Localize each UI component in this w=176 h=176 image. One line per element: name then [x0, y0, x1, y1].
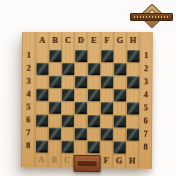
square-A3: [35, 75, 48, 88]
square-H3: [127, 76, 139, 88]
square-E3: [87, 75, 100, 88]
square-B8: [48, 140, 61, 153]
square-B5: [49, 101, 61, 113]
square-B6: [48, 114, 61, 127]
square-H8: [126, 140, 139, 153]
square-B7: [48, 127, 60, 139]
left-label-8: 8: [21, 139, 35, 152]
top-label-B: B: [49, 32, 62, 49]
square-A6: [36, 114, 48, 126]
square-E1: [87, 49, 100, 62]
top-label-A: A: [36, 32, 49, 49]
bottom-label-B: B: [48, 153, 61, 168]
square-A4: [36, 88, 48, 100]
left-label-2: 2: [22, 62, 36, 75]
square-F4: [100, 88, 113, 101]
square-B1: [49, 49, 61, 61]
square-E4: [87, 89, 99, 101]
right-label-7: 7: [139, 128, 152, 141]
bottom-label-A: A: [35, 152, 48, 167]
square-F7: [100, 128, 112, 140]
square-G3: [113, 75, 126, 88]
top-label-G: G: [113, 32, 126, 49]
square-E8: [87, 141, 99, 153]
square-C6: [61, 114, 73, 126]
right-label-8: 8: [139, 141, 152, 154]
square-F6: [100, 114, 113, 127]
square-C7: [61, 127, 74, 140]
bottom-label-F: F: [100, 153, 113, 168]
square-H6: [126, 114, 139, 127]
top-label-H: H: [126, 32, 139, 49]
square-E2: [88, 63, 100, 75]
square-B4: [48, 88, 61, 101]
square-A2: [36, 62, 48, 74]
square-C3: [61, 75, 74, 88]
square-F2: [100, 62, 113, 75]
square-D6: [74, 114, 87, 127]
square-G4: [114, 89, 126, 101]
left-label-1: 1: [22, 49, 36, 62]
square-B3: [49, 75, 61, 87]
square-E5: [87, 101, 100, 114]
square-G2: [114, 63, 126, 75]
square-E7: [87, 127, 100, 140]
right-label-1: 1: [139, 49, 152, 62]
square-G1: [113, 49, 126, 62]
square-D5: [74, 101, 86, 113]
right-label-6: 6: [139, 114, 152, 127]
square-A5: [35, 101, 48, 114]
top-label-C: C: [61, 32, 74, 49]
bottom-label-C: C: [61, 153, 74, 168]
square-F8: [100, 140, 113, 153]
right-label-2: 2: [139, 62, 152, 75]
square-H4: [126, 88, 139, 101]
square-C2: [62, 62, 74, 74]
square-F1: [101, 50, 113, 62]
square-A8: [35, 140, 47, 152]
board-grid: ABCDEFGH1122334455667788ABCFGH: [21, 32, 153, 169]
left-label-4: 4: [22, 88, 36, 101]
top-label-D: D: [74, 32, 87, 49]
brand-plaque: [73, 155, 100, 172]
bottom-label-G: G: [113, 153, 126, 168]
square-H7: [126, 128, 138, 140]
square-D4: [74, 88, 87, 101]
square-D3: [75, 75, 87, 87]
brand-logo: [130, 3, 173, 28]
right-label-4: 4: [139, 88, 152, 101]
square-D8: [74, 140, 87, 153]
square-C4: [62, 88, 74, 100]
square-G7: [113, 127, 126, 140]
square-E6: [87, 115, 99, 127]
top-label-E: E: [87, 32, 100, 49]
left-label-7: 7: [21, 126, 35, 139]
square-H2: [126, 62, 139, 75]
square-G8: [113, 141, 125, 153]
square-C1: [61, 49, 74, 62]
left-label-6: 6: [21, 113, 35, 126]
square-A1: [36, 49, 49, 62]
logo-banner-icon: [130, 13, 173, 21]
square-H5: [127, 102, 139, 114]
square-G6: [113, 115, 125, 127]
right-label-5: 5: [139, 101, 152, 114]
square-H1: [127, 50, 139, 62]
square-F3: [101, 76, 113, 88]
right-label-3: 3: [139, 75, 152, 88]
square-G5: [113, 101, 126, 114]
square-F5: [100, 102, 112, 114]
left-label-3: 3: [22, 75, 36, 88]
bottom-label-H: H: [126, 153, 139, 168]
top-label-F: F: [100, 32, 113, 49]
square-D1: [75, 49, 87, 61]
left-label-5: 5: [21, 101, 35, 114]
square-C5: [61, 101, 74, 114]
square-C8: [61, 140, 73, 152]
checkers-board: ABCDEFGH1122334455667788ABCFGH: [21, 32, 153, 169]
square-D2: [74, 62, 87, 75]
square-D7: [74, 127, 86, 139]
square-B2: [48, 62, 61, 75]
square-A7: [35, 127, 48, 140]
